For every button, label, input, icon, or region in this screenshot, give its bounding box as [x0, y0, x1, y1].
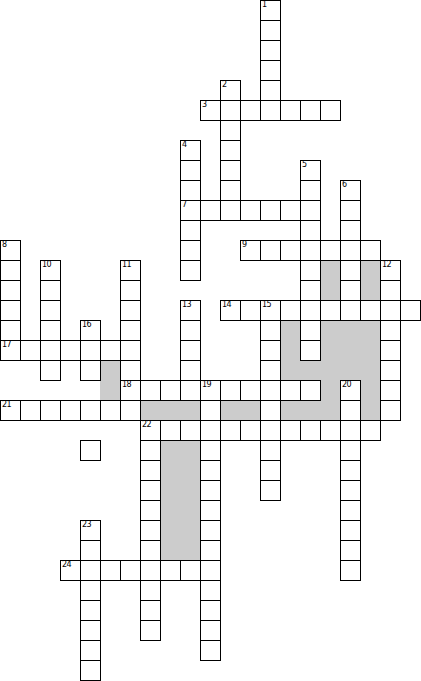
grid-cell[interactable]	[220, 120, 241, 141]
grid-cell[interactable]	[380, 320, 401, 341]
grid-cell[interactable]	[240, 380, 261, 401]
grid-cell[interactable]	[200, 400, 221, 421]
grid-cell[interactable]	[260, 20, 281, 41]
clue-number: 4	[182, 141, 187, 149]
grid-cell[interactable]	[260, 380, 281, 401]
grid-cell[interactable]	[340, 200, 361, 221]
grid-cell[interactable]	[340, 500, 361, 521]
grid-cell[interactable]	[0, 320, 21, 341]
grid-cell[interactable]	[80, 340, 101, 361]
grid-cell[interactable]	[260, 100, 281, 121]
shaded-square	[160, 400, 181, 421]
grid-cell[interactable]	[140, 380, 161, 401]
grid-cell[interactable]	[200, 640, 221, 661]
grid-cell[interactable]	[180, 320, 201, 341]
grid-cell[interactable]	[380, 400, 401, 421]
grid-cell[interactable]	[260, 440, 281, 461]
grid-cell[interactable]	[200, 600, 221, 621]
grid-cell[interactable]	[240, 200, 261, 221]
grid-cell[interactable]: 17	[0, 340, 21, 361]
grid-cell[interactable]	[120, 300, 141, 321]
shaded-square	[280, 340, 301, 361]
grid-cell[interactable]	[40, 280, 61, 301]
clue-number: 20	[342, 381, 351, 389]
grid-cell[interactable]	[140, 480, 161, 501]
grid-cell[interactable]	[340, 400, 361, 421]
shaded-square	[240, 400, 261, 421]
grid-cell[interactable]	[140, 520, 161, 541]
shaded-square	[180, 500, 201, 521]
grid-cell[interactable]	[280, 420, 301, 441]
shaded-square	[300, 360, 321, 381]
shaded-square	[140, 400, 161, 421]
grid-cell[interactable]: 9	[240, 240, 261, 261]
grid-cell[interactable]	[300, 180, 321, 201]
shaded-square	[320, 260, 341, 281]
grid-cell[interactable]	[220, 100, 241, 121]
grid-cell[interactable]	[200, 520, 221, 541]
grid-cell[interactable]	[200, 420, 221, 441]
grid-cell[interactable]	[140, 620, 161, 641]
grid-cell[interactable]	[220, 420, 241, 441]
grid-cell[interactable]	[180, 380, 201, 401]
grid-cell[interactable]	[140, 560, 161, 581]
grid-cell[interactable]	[20, 400, 41, 421]
grid-cell[interactable]	[360, 240, 381, 261]
shaded-square	[360, 400, 381, 421]
grid-cell[interactable]	[340, 240, 361, 261]
grid-cell[interactable]	[360, 300, 381, 321]
grid-cell[interactable]	[40, 320, 61, 341]
shaded-square	[180, 540, 201, 561]
grid-cell[interactable]	[240, 100, 261, 121]
grid-cell[interactable]	[260, 340, 281, 361]
grid-cell[interactable]	[360, 420, 381, 441]
grid-cell[interactable]: 15	[260, 300, 281, 321]
shaded-square	[280, 320, 301, 341]
grid-cell[interactable]	[40, 360, 61, 381]
grid-cell[interactable]: 18	[120, 380, 141, 401]
shaded-square	[340, 320, 361, 341]
grid-cell[interactable]: 12	[380, 260, 401, 281]
shaded-square	[160, 440, 181, 461]
grid-cell[interactable]	[220, 380, 241, 401]
grid-cell[interactable]	[120, 320, 141, 341]
grid-cell[interactable]	[260, 60, 281, 81]
grid-cell[interactable]	[320, 420, 341, 441]
grid-cell[interactable]	[380, 340, 401, 361]
grid-cell[interactable]	[300, 300, 321, 321]
grid-cell[interactable]	[40, 300, 61, 321]
shaded-square	[340, 360, 361, 381]
grid-cell[interactable]	[220, 200, 241, 221]
shaded-square	[360, 360, 381, 381]
clue-number: 16	[82, 321, 91, 329]
grid-cell[interactable]	[140, 500, 161, 521]
shaded-square	[180, 440, 201, 461]
grid-cell[interactable]	[180, 240, 201, 261]
grid-cell[interactable]	[300, 240, 321, 261]
grid-cell[interactable]	[60, 400, 81, 421]
grid-cell[interactable]: 10	[40, 260, 61, 281]
shaded-square	[220, 400, 241, 421]
shaded-square	[360, 280, 381, 301]
grid-cell[interactable]	[120, 400, 141, 421]
grid-cell[interactable]	[80, 560, 101, 581]
clue-number: 18	[122, 381, 131, 389]
grid-cell[interactable]	[320, 240, 341, 261]
grid-cell[interactable]	[380, 360, 401, 381]
grid-cell[interactable]: 5	[300, 160, 321, 181]
clue-number: 19	[202, 381, 211, 389]
grid-cell[interactable]	[340, 420, 361, 441]
grid-cell[interactable]	[260, 320, 281, 341]
grid-cell[interactable]: 2	[220, 80, 241, 101]
grid-cell[interactable]	[300, 100, 321, 121]
shaded-square	[320, 280, 341, 301]
shaded-square	[320, 320, 341, 341]
clue-number: 17	[2, 341, 11, 349]
grid-cell[interactable]	[180, 420, 201, 441]
shaded-square	[160, 480, 181, 501]
grid-cell[interactable]	[180, 560, 201, 581]
grid-cell[interactable]	[180, 360, 201, 381]
grid-cell[interactable]	[280, 100, 301, 121]
grid-cell[interactable]	[340, 460, 361, 481]
clue-number: 13	[182, 301, 191, 309]
grid-cell[interactable]	[0, 260, 21, 281]
grid-cell[interactable]	[380, 300, 401, 321]
grid-cell[interactable]	[220, 180, 241, 201]
grid-cell[interactable]	[40, 340, 61, 361]
grid-cell[interactable]: 16	[80, 320, 101, 341]
grid-cell[interactable]	[140, 460, 161, 481]
grid-cell[interactable]	[0, 280, 21, 301]
grid-cell[interactable]	[200, 560, 221, 581]
grid-cell[interactable]: 24	[60, 560, 81, 581]
grid-cell[interactable]	[40, 400, 61, 421]
grid-cell[interactable]	[320, 100, 341, 121]
grid-cell[interactable]	[340, 560, 361, 581]
grid-cell[interactable]	[300, 420, 321, 441]
grid-cell[interactable]	[80, 440, 101, 461]
shaded-square	[360, 320, 381, 341]
grid-cell[interactable]	[260, 360, 281, 381]
grid-cell[interactable]	[80, 360, 101, 381]
shaded-square	[160, 520, 181, 541]
grid-cell[interactable]	[280, 200, 301, 221]
shaded-square	[320, 340, 341, 361]
grid-cell[interactable]	[300, 200, 321, 221]
clue-number: 3	[202, 101, 207, 109]
grid-cell[interactable]	[120, 560, 141, 581]
clue-number: 11	[122, 261, 131, 269]
grid-cell[interactable]: 4	[180, 140, 201, 161]
grid-cell[interactable]	[180, 260, 201, 281]
clue-number: 7	[182, 201, 187, 209]
grid-cell[interactable]	[340, 520, 361, 541]
grid-cell[interactable]	[260, 420, 281, 441]
clue-number: 5	[302, 161, 307, 169]
grid-cell[interactable]	[180, 180, 201, 201]
grid-cell[interactable]	[180, 340, 201, 361]
clue-number: 23	[82, 521, 91, 529]
shaded-square	[180, 480, 201, 501]
grid-cell[interactable]	[80, 660, 101, 681]
grid-cell[interactable]	[120, 340, 141, 361]
grid-cell[interactable]	[120, 360, 141, 381]
shaded-square	[180, 460, 201, 481]
grid-cell[interactable]	[160, 560, 181, 581]
grid-cell[interactable]: 1	[260, 0, 281, 21]
grid-cell[interactable]	[280, 380, 301, 401]
clue-number: 1	[262, 1, 267, 9]
grid-cell[interactable]	[260, 460, 281, 481]
grid-cell[interactable]	[260, 480, 281, 501]
grid-cell[interactable]	[80, 400, 101, 421]
clue-number: 15	[262, 301, 271, 309]
grid-cell[interactable]	[220, 160, 241, 181]
grid-cell[interactable]	[300, 220, 321, 241]
grid-cell[interactable]	[80, 580, 101, 601]
grid-cell[interactable]	[180, 160, 201, 181]
shaded-square	[320, 360, 341, 381]
shaded-square	[300, 400, 321, 421]
grid-cell[interactable]	[340, 260, 361, 281]
grid-cell[interactable]	[300, 380, 321, 401]
grid-cell[interactable]: 3	[200, 100, 221, 121]
shaded-square	[180, 400, 201, 421]
grid-cell[interactable]	[340, 300, 361, 321]
shaded-square	[160, 500, 181, 521]
grid-cell[interactable]	[120, 280, 141, 301]
shaded-square	[180, 520, 201, 541]
clue-number: 12	[382, 261, 391, 269]
grid-cell[interactable]	[100, 340, 121, 361]
shaded-square	[320, 380, 341, 401]
grid-cell[interactable]	[300, 280, 321, 301]
grid-cell[interactable]	[400, 300, 421, 321]
grid-cell[interactable]: 20	[340, 380, 361, 401]
grid-cell[interactable]	[80, 600, 101, 621]
grid-cell[interactable]	[280, 240, 301, 261]
grid-cell[interactable]	[140, 440, 161, 461]
grid-cell[interactable]	[80, 540, 101, 561]
grid-cell[interactable]	[100, 560, 121, 581]
grid-cell[interactable]	[200, 620, 221, 641]
clue-number: 8	[2, 241, 7, 249]
grid-cell[interactable]	[20, 340, 41, 361]
grid-cell[interactable]	[380, 280, 401, 301]
clue-number: 14	[222, 301, 231, 309]
grid-cell[interactable]	[380, 380, 401, 401]
clue-number: 24	[62, 561, 71, 569]
clue-number: 6	[342, 181, 347, 189]
shaded-square	[280, 360, 301, 381]
shaded-square	[160, 460, 181, 481]
grid-cell[interactable]	[200, 580, 221, 601]
shaded-square	[360, 260, 381, 281]
grid-cell[interactable]	[240, 420, 261, 441]
grid-cell[interactable]: 8	[0, 240, 21, 261]
grid-cell[interactable]	[280, 300, 301, 321]
grid-cell[interactable]	[140, 540, 161, 561]
grid-cell[interactable]	[260, 200, 281, 221]
grid-cell[interactable]	[200, 540, 221, 561]
grid-cell[interactable]	[140, 600, 161, 621]
clue-number: 2	[222, 81, 227, 89]
clue-number: 10	[42, 261, 51, 269]
grid-cell[interactable]	[60, 340, 81, 361]
grid-cell[interactable]: 11	[120, 260, 141, 281]
shaded-square	[100, 360, 121, 381]
grid-cell[interactable]	[200, 500, 221, 521]
grid-cell[interactable]	[200, 480, 221, 501]
grid-cell[interactable]	[260, 240, 281, 261]
grid-cell[interactable]	[340, 280, 361, 301]
grid-cell[interactable]	[140, 580, 161, 601]
shaded-square	[360, 340, 381, 361]
grid-cell[interactable]	[80, 640, 101, 661]
grid-cell[interactable]	[220, 140, 241, 161]
grid-cell[interactable]	[320, 300, 341, 321]
grid-cell[interactable]	[260, 80, 281, 101]
grid-cell[interactable]	[340, 440, 361, 461]
grid-cell[interactable]	[180, 220, 201, 241]
grid-cell[interactable]: 23	[80, 520, 101, 541]
grid-cell[interactable]	[0, 300, 21, 321]
grid-cell[interactable]: 14	[220, 300, 241, 321]
grid-cell[interactable]	[300, 340, 321, 361]
grid-cell[interactable]: 7	[180, 200, 201, 221]
crossword-board: 123456789101112131415161718192021222324	[0, 0, 421, 681]
grid-cell[interactable]	[200, 460, 221, 481]
grid-cell[interactable]	[160, 380, 181, 401]
grid-cell[interactable]	[260, 400, 281, 421]
clue-number: 9	[242, 241, 247, 249]
grid-cell[interactable]	[340, 480, 361, 501]
grid-cell[interactable]	[340, 540, 361, 561]
grid-cell[interactable]	[260, 40, 281, 61]
grid-cell[interactable]: 21	[0, 400, 21, 421]
grid-cell[interactable]	[160, 420, 181, 441]
grid-cell[interactable]	[240, 300, 261, 321]
clue-number: 21	[2, 401, 11, 409]
grid-cell[interactable]	[300, 320, 321, 341]
grid-cell[interactable]	[100, 400, 121, 421]
shaded-square	[360, 380, 381, 401]
clue-number: 22	[142, 421, 151, 429]
grid-cell[interactable]	[80, 620, 101, 641]
grid-cell[interactable]: 22	[140, 420, 161, 441]
shaded-square	[160, 540, 181, 561]
shaded-square	[100, 380, 121, 401]
grid-cell[interactable]	[340, 220, 361, 241]
grid-cell[interactable]: 6	[340, 180, 361, 201]
shaded-square	[280, 400, 301, 421]
shaded-square	[340, 340, 361, 361]
grid-cell[interactable]	[300, 260, 321, 281]
shaded-square	[320, 400, 341, 421]
grid-cell[interactable]	[200, 440, 221, 461]
grid-cell[interactable]	[200, 200, 221, 221]
grid-cell[interactable]: 19	[200, 380, 221, 401]
grid-cell[interactable]: 13	[180, 300, 201, 321]
